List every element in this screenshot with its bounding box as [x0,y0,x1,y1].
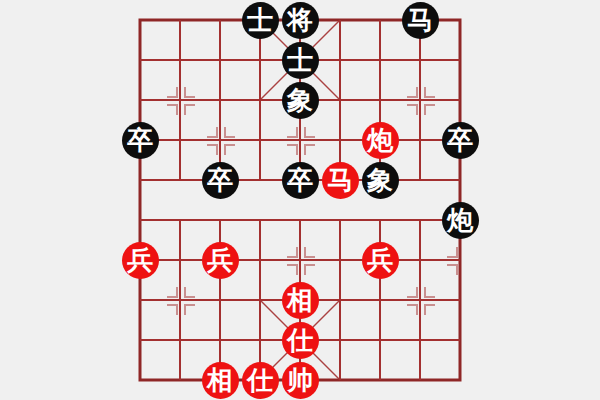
piece-red-horse[interactable]: 马 [322,162,359,199]
piece-black-pawn[interactable]: 卒 [442,122,479,159]
piece-red-pawn[interactable]: 兵 [122,242,159,279]
piece-red-pawn[interactable]: 兵 [202,242,239,279]
piece-red-elephant[interactable]: 相 [202,362,239,399]
piece-black-elephant[interactable]: 象 [362,162,399,199]
piece-red-elephant[interactable]: 相 [282,282,319,319]
piece-black-horse[interactable]: 马 [402,2,439,39]
piece-black-pawn[interactable]: 卒 [282,162,319,199]
piece-black-advisor[interactable]: 士 [242,2,279,39]
pieces-grid: 士将马士象卒炮卒卒卒马象炮兵兵兵相仕相仕帅 [120,0,480,400]
piece-black-general[interactable]: 将 [282,2,319,39]
piece-black-elephant[interactable]: 象 [282,82,319,119]
piece-black-pawn[interactable]: 卒 [202,162,239,199]
piece-red-cannon[interactable]: 炮 [362,122,399,159]
piece-black-advisor[interactable]: 士 [282,42,319,79]
piece-red-advisor[interactable]: 仕 [242,362,279,399]
piece-red-pawn[interactable]: 兵 [362,242,399,279]
piece-black-cannon[interactable]: 炮 [442,202,479,239]
piece-red-general[interactable]: 帅 [282,362,319,399]
piece-red-advisor[interactable]: 仕 [282,322,319,359]
xiangqi-board: 士将马士象卒炮卒卒卒马象炮兵兵兵相仕相仕帅 [0,0,600,400]
piece-black-pawn[interactable]: 卒 [122,122,159,159]
